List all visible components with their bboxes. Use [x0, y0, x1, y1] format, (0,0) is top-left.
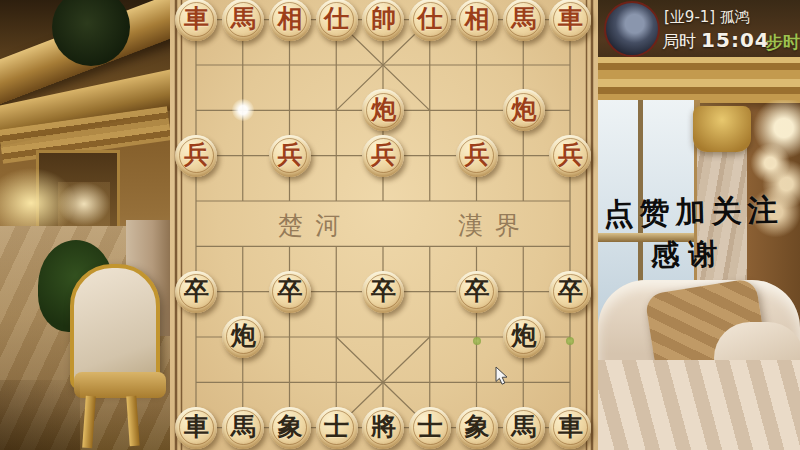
piece-red-soldier[interactable]: 兵 [549, 135, 591, 177]
piece-glyph: 兵 [371, 142, 396, 167]
piece-black-cannon[interactable]: 炮 [503, 316, 545, 358]
piece-glyph: 車 [184, 414, 209, 439]
piece-black-soldier[interactable]: 卒 [456, 271, 498, 313]
piece-glyph: 炮 [371, 97, 396, 122]
piece-glyph: 兵 [184, 142, 209, 167]
couch-seat [598, 360, 800, 450]
piece-black-advisor[interactable]: 士 [316, 407, 358, 449]
move-time-label: 步时 [766, 31, 800, 54]
piece-glyph: 兵 [277, 142, 302, 167]
game-clock: 局时 15:04 [662, 28, 770, 53]
piece-glyph: 象 [277, 414, 302, 439]
piece-glyph: 相 [277, 6, 302, 31]
piece-black-horse[interactable]: 馬 [503, 407, 545, 449]
streamer-name: [业9-1] 孤鸿 [664, 8, 750, 27]
piece-glyph: 車 [558, 6, 583, 31]
streamer-avatar[interactable] [604, 1, 660, 57]
piece-red-cannon[interactable]: 炮 [503, 89, 545, 131]
piece-glyph: 炮 [511, 323, 536, 348]
piece-glyph: 卒 [184, 278, 209, 303]
piece-black-soldier[interactable]: 卒 [362, 271, 404, 313]
background-left-palace [0, 0, 170, 450]
gold-chair-seat [74, 372, 166, 398]
piece-red-chariot[interactable]: 車 [549, 0, 591, 41]
shadow-decor [0, 380, 80, 450]
piece-glyph: 卒 [558, 278, 583, 303]
mouse-cursor [494, 366, 510, 386]
piece-black-cannon[interactable]: 炮 [222, 316, 264, 358]
piece-black-chariot[interactable]: 車 [175, 407, 217, 449]
gold-cornice-decor [598, 55, 800, 103]
stream-info-bar: [业9-1] 孤鸿 局时 15:04 步时 [598, 0, 800, 57]
piece-black-elephant[interactable]: 象 [456, 407, 498, 449]
piece-black-horse[interactable]: 馬 [222, 407, 264, 449]
piece-glyph: 車 [184, 6, 209, 31]
piece-glyph: 象 [464, 414, 489, 439]
piece-red-elephant[interactable]: 相 [269, 0, 311, 41]
piece-black-elephant[interactable]: 象 [269, 407, 311, 449]
xiangqi-board-grid[interactable]: 車馬相仕帥仕相馬車炮炮兵兵兵兵兵卒卒卒卒卒炮炮車馬象士將士象馬車 [173, 0, 594, 450]
piece-glyph: 卒 [464, 278, 489, 303]
piece-black-soldier[interactable]: 卒 [269, 271, 311, 313]
piece-glyph: 將 [371, 414, 396, 439]
piece-red-general[interactable]: 帥 [362, 0, 404, 41]
piece-red-horse[interactable]: 馬 [222, 0, 264, 41]
piece-glyph: 馬 [231, 6, 256, 31]
piece-glyph: 馬 [231, 414, 256, 439]
piece-black-soldier[interactable]: 卒 [175, 271, 217, 313]
candelabra-decor [58, 182, 110, 226]
piece-black-general[interactable]: 將 [362, 407, 404, 449]
piece-glyph: 車 [558, 414, 583, 439]
piece-red-cannon[interactable]: 炮 [362, 89, 404, 131]
piece-glyph: 仕 [418, 6, 443, 31]
piece-red-advisor[interactable]: 仕 [316, 0, 358, 41]
game-time-value: 15:04 [701, 28, 770, 52]
piece-glyph: 炮 [511, 97, 536, 122]
piece-black-chariot[interactable]: 車 [549, 407, 591, 449]
gold-capital [693, 106, 751, 152]
piece-red-elephant[interactable]: 相 [456, 0, 498, 41]
piece-glyph: 士 [418, 414, 443, 439]
piece-red-chariot[interactable]: 車 [175, 0, 217, 41]
caption-thanks: 感谢 [650, 233, 795, 277]
stream-caption: 点赞加关注 感谢 [603, 190, 795, 278]
piece-black-advisor[interactable]: 士 [409, 407, 451, 449]
piece-glyph: 馬 [511, 6, 536, 31]
piece-glyph: 仕 [324, 6, 349, 31]
piece-red-horse[interactable]: 馬 [503, 0, 545, 41]
piece-glyph: 兵 [558, 142, 583, 167]
piece-glyph: 士 [324, 414, 349, 439]
piece-glyph: 相 [464, 6, 489, 31]
game-time-label: 局时 [662, 31, 696, 51]
piece-red-advisor[interactable]: 仕 [409, 0, 451, 41]
piece-red-soldier[interactable]: 兵 [456, 135, 498, 177]
piece-red-soldier[interactable]: 兵 [362, 135, 404, 177]
piece-glyph: 帥 [371, 6, 396, 31]
piece-glyph: 炮 [231, 323, 256, 348]
piece-glyph: 馬 [511, 414, 536, 439]
piece-glyph: 兵 [464, 142, 489, 167]
piece-red-soldier[interactable]: 兵 [175, 135, 217, 177]
xiangqi-board[interactable]: 楚河 漢界 車馬相仕帥仕相馬車炮炮兵兵兵兵兵卒卒卒卒卒炮炮車馬象士將士象馬車 [170, 0, 598, 450]
piece-red-soldier[interactable]: 兵 [269, 135, 311, 177]
piece-black-soldier[interactable]: 卒 [549, 271, 591, 313]
piece-glyph: 卒 [277, 278, 302, 303]
piece-glyph: 卒 [371, 278, 396, 303]
caption-like-subscribe: 点赞加关注 [603, 190, 794, 236]
